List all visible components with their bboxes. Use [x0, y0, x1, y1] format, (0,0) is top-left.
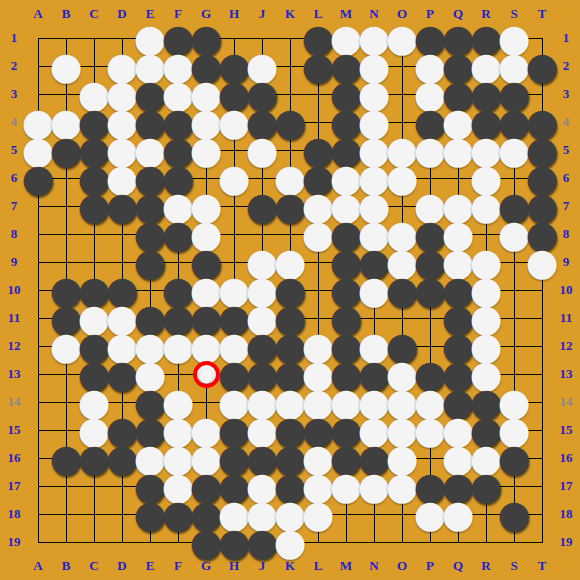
- white-stone: ●: [305, 501, 332, 528]
- black-stone: ●: [277, 193, 304, 220]
- intersection-R19[interactable]: [472, 528, 500, 556]
- column-label-bottom: N: [361, 557, 387, 575]
- row-label-right: 14: [553, 393, 579, 411]
- intersection-O19[interactable]: [388, 528, 416, 556]
- white-stone: ●: [445, 137, 472, 164]
- intersection-N17[interactable]: ●: [360, 472, 388, 500]
- intersection-O6[interactable]: ●: [388, 164, 416, 192]
- intersection-T9[interactable]: ●: [528, 248, 556, 276]
- black-stone: ●: [81, 193, 108, 220]
- row-label-right: 17: [553, 477, 579, 495]
- intersection-E9[interactable]: ●: [136, 248, 164, 276]
- intersection-N19[interactable]: [360, 528, 388, 556]
- white-stone: ●: [529, 249, 556, 276]
- intersection-T10[interactable]: [528, 276, 556, 304]
- column-label-bottom: M: [333, 557, 359, 575]
- intersection-N10[interactable]: ●: [360, 276, 388, 304]
- black-stone: ●: [25, 165, 52, 192]
- intersection-O1[interactable]: ●: [388, 24, 416, 52]
- intersection-S10[interactable]: [500, 276, 528, 304]
- black-stone: ●: [165, 221, 192, 248]
- white-stone: ●: [361, 277, 388, 304]
- column-label-bottom: S: [501, 557, 527, 575]
- intersection-L2[interactable]: ●: [304, 52, 332, 80]
- row-label-right: 12: [553, 337, 579, 355]
- intersection-C19[interactable]: [80, 528, 108, 556]
- column-label-bottom: C: [81, 557, 107, 575]
- intersection-A19[interactable]: [24, 528, 52, 556]
- intersection-E19[interactable]: [136, 528, 164, 556]
- column-label-bottom: Q: [445, 557, 471, 575]
- row-label-right: 10: [553, 281, 579, 299]
- intersection-A12[interactable]: [24, 332, 52, 360]
- row-label-right: 13: [553, 365, 579, 383]
- intersection-D7[interactable]: ●: [108, 192, 136, 220]
- intersection-L19[interactable]: [304, 528, 332, 556]
- black-stone: ●: [305, 53, 332, 80]
- black-stone: ●: [165, 501, 192, 528]
- white-stone: ●: [389, 25, 416, 52]
- intersection-B6[interactable]: [52, 164, 80, 192]
- intersection-A16[interactable]: [24, 444, 52, 472]
- white-stone: ●: [53, 333, 80, 360]
- intersection-T11[interactable]: [528, 304, 556, 332]
- black-stone: ●: [109, 193, 136, 220]
- intersection-D8[interactable]: [108, 220, 136, 248]
- row-label-right: 15: [553, 421, 579, 439]
- intersection-M17[interactable]: ●: [332, 472, 360, 500]
- black-stone: ●: [53, 137, 80, 164]
- intersection-T13[interactable]: [528, 360, 556, 388]
- intersection-K2[interactable]: [276, 52, 304, 80]
- intersection-B18[interactable]: [52, 500, 80, 528]
- white-stone: ●: [501, 137, 528, 164]
- intersection-C7[interactable]: ●: [80, 192, 108, 220]
- column-label-top: K: [277, 5, 303, 23]
- intersection-H6[interactable]: ●: [220, 164, 248, 192]
- intersection-A11[interactable]: [24, 304, 52, 332]
- white-stone: ●: [193, 333, 220, 360]
- intersection-P19[interactable]: [416, 528, 444, 556]
- intersection-B5[interactable]: ●: [52, 136, 80, 164]
- row-label-right: 19: [553, 533, 579, 551]
- white-stone: ●: [417, 137, 444, 164]
- white-stone: ●: [249, 137, 276, 164]
- column-label-bottom: F: [165, 557, 191, 575]
- intersection-P10[interactable]: ●: [416, 276, 444, 304]
- intersection-A14[interactable]: [24, 388, 52, 416]
- intersection-A1[interactable]: [24, 24, 52, 52]
- column-label-bottom: T: [529, 557, 555, 575]
- column-label-top: H: [221, 5, 247, 23]
- white-stone: ●: [53, 53, 80, 80]
- intersection-R18[interactable]: [472, 500, 500, 528]
- intersection-K7[interactable]: ●: [276, 192, 304, 220]
- intersection-F8[interactable]: ●: [164, 220, 192, 248]
- black-stone: ●: [249, 193, 276, 220]
- intersection-P15[interactable]: ●: [416, 416, 444, 444]
- column-label-bottom: P: [417, 557, 443, 575]
- white-stone: ●: [305, 221, 332, 248]
- intersection-C18[interactable]: [80, 500, 108, 528]
- intersection-L8[interactable]: ●: [304, 220, 332, 248]
- intersection-B8[interactable]: [52, 220, 80, 248]
- intersection-S12[interactable]: [500, 332, 528, 360]
- white-stone: ●: [501, 221, 528, 248]
- intersection-A2[interactable]: [24, 52, 52, 80]
- black-stone: ●: [473, 473, 500, 500]
- intersection-T19[interactable]: [528, 528, 556, 556]
- black-stone: ●: [137, 249, 164, 276]
- intersection-K4[interactable]: ●: [276, 108, 304, 136]
- black-stone: ●: [193, 529, 220, 556]
- intersection-B17[interactable]: [52, 472, 80, 500]
- intersection-K19[interactable]: ●: [276, 528, 304, 556]
- black-stone: ●: [81, 445, 108, 472]
- white-stone: ●: [417, 501, 444, 528]
- intersection-P18[interactable]: ●: [416, 500, 444, 528]
- white-stone-marked-last-move: ●: [193, 361, 220, 388]
- intersection-B19[interactable]: [52, 528, 80, 556]
- intersection-A15[interactable]: [24, 416, 52, 444]
- intersection-G19[interactable]: ●: [192, 528, 220, 556]
- intersection-Q5[interactable]: ●: [444, 136, 472, 164]
- black-stone: ●: [277, 109, 304, 136]
- intersection-A18[interactable]: [24, 500, 52, 528]
- black-stone: ●: [109, 445, 136, 472]
- black-stone: ●: [221, 529, 248, 556]
- column-label-top: D: [109, 5, 135, 23]
- column-label-top: T: [529, 5, 555, 23]
- white-stone: ●: [389, 165, 416, 192]
- intersection-O10[interactable]: ●: [388, 276, 416, 304]
- intersection-A13[interactable]: [24, 360, 52, 388]
- column-label-bottom: R: [473, 557, 499, 575]
- intersection-A8[interactable]: [24, 220, 52, 248]
- intersection-D17[interactable]: [108, 472, 136, 500]
- column-label-bottom: E: [137, 557, 163, 575]
- intersection-C17[interactable]: [80, 472, 108, 500]
- intersection-L18[interactable]: ●: [304, 500, 332, 528]
- intersection-R7[interactable]: ●: [472, 192, 500, 220]
- intersection-B7[interactable]: [52, 192, 80, 220]
- intersection-H19[interactable]: ●: [220, 528, 248, 556]
- column-label-top: A: [25, 5, 51, 23]
- intersection-D13[interactable]: ●: [108, 360, 136, 388]
- intersection-L9[interactable]: [304, 248, 332, 276]
- intersection-R17[interactable]: ●: [472, 472, 500, 500]
- intersection-F18[interactable]: ●: [164, 500, 192, 528]
- intersection-A6[interactable]: ●: [24, 164, 52, 192]
- go-board-widget: AABBCCDDEEFFGGHHJJKKLLMMNNOOPPQQRRSSTT11…: [0, 0, 580, 580]
- black-stone: ●: [389, 277, 416, 304]
- intersection-O17[interactable]: ●: [388, 472, 416, 500]
- intersection-C16[interactable]: ●: [80, 444, 108, 472]
- black-stone: ●: [137, 501, 164, 528]
- intersection-T16[interactable]: [528, 444, 556, 472]
- intersection-B14[interactable]: [52, 388, 80, 416]
- intersection-D16[interactable]: ●: [108, 444, 136, 472]
- white-stone: ●: [361, 473, 388, 500]
- intersection-S5[interactable]: ●: [500, 136, 528, 164]
- white-stone: ●: [333, 473, 360, 500]
- intersection-T14[interactable]: [528, 388, 556, 416]
- white-stone: ●: [389, 473, 416, 500]
- intersection-K1[interactable]: [276, 24, 304, 52]
- intersection-T15[interactable]: [528, 416, 556, 444]
- intersection-D19[interactable]: [108, 528, 136, 556]
- intersection-G13[interactable]: ●: [192, 360, 220, 388]
- intersection-T12[interactable]: [528, 332, 556, 360]
- intersection-B12[interactable]: ●: [52, 332, 80, 360]
- white-stone: ●: [193, 137, 220, 164]
- intersection-N18[interactable]: [360, 500, 388, 528]
- intersection-S8[interactable]: ●: [500, 220, 528, 248]
- intersection-F19[interactable]: [164, 528, 192, 556]
- column-label-bottom: B: [53, 557, 79, 575]
- column-label-bottom: A: [25, 557, 51, 575]
- intersection-H7[interactable]: [220, 192, 248, 220]
- intersection-C1[interactable]: [80, 24, 108, 52]
- intersection-S11[interactable]: [500, 304, 528, 332]
- black-stone: ●: [417, 277, 444, 304]
- column-label-top: C: [81, 5, 107, 23]
- white-stone: ●: [417, 417, 444, 444]
- intersection-A7[interactable]: [24, 192, 52, 220]
- white-stone: ●: [445, 501, 472, 528]
- column-label-bottom: O: [389, 557, 415, 575]
- white-stone: ●: [473, 193, 500, 220]
- white-stone: ●: [277, 529, 304, 556]
- white-stone: ●: [221, 109, 248, 136]
- intersection-J5[interactable]: ●: [248, 136, 276, 164]
- intersection-C8[interactable]: [80, 220, 108, 248]
- intersection-A17[interactable]: [24, 472, 52, 500]
- column-label-bottom: D: [109, 557, 135, 575]
- intersection-M18[interactable]: [332, 500, 360, 528]
- intersection-B2[interactable]: ●: [52, 52, 80, 80]
- intersection-H4[interactable]: ●: [220, 108, 248, 136]
- intersection-G12[interactable]: ●: [192, 332, 220, 360]
- intersection-J7[interactable]: ●: [248, 192, 276, 220]
- black-stone: ●: [501, 445, 528, 472]
- black-stone: ●: [109, 361, 136, 388]
- intersection-O3[interactable]: [388, 80, 416, 108]
- intersection-P11[interactable]: [416, 304, 444, 332]
- intersection-G5[interactable]: ●: [192, 136, 220, 164]
- intersection-D18[interactable]: [108, 500, 136, 528]
- intersection-Q19[interactable]: [444, 528, 472, 556]
- intersection-A9[interactable]: [24, 248, 52, 276]
- intersection-T2[interactable]: ●: [528, 52, 556, 80]
- intersection-S18[interactable]: ●: [500, 500, 528, 528]
- intersection-L10[interactable]: [304, 276, 332, 304]
- white-stone: ●: [165, 333, 192, 360]
- intersection-O18[interactable]: [388, 500, 416, 528]
- black-stone: ●: [529, 53, 556, 80]
- intersection-B16[interactable]: ●: [52, 444, 80, 472]
- intersection-L3[interactable]: [304, 80, 332, 108]
- intersection-M19[interactable]: [332, 528, 360, 556]
- intersection-P5[interactable]: ●: [416, 136, 444, 164]
- column-label-bottom: L: [305, 557, 331, 575]
- intersection-Q18[interactable]: ●: [444, 500, 472, 528]
- intersection-J19[interactable]: ●: [248, 528, 276, 556]
- row-label-right: 11: [553, 309, 579, 327]
- black-stone: ●: [249, 529, 276, 556]
- intersection-E18[interactable]: ●: [136, 500, 164, 528]
- row-label-right: 18: [553, 505, 579, 523]
- row-label-right: 16: [553, 449, 579, 467]
- intersection-O2[interactable]: [388, 52, 416, 80]
- intersection-B13[interactable]: [52, 360, 80, 388]
- column-label-top: B: [53, 5, 79, 23]
- black-stone: ●: [501, 501, 528, 528]
- column-label-top: J: [249, 5, 275, 23]
- intersection-S9[interactable]: [500, 248, 528, 276]
- intersection-A10[interactable]: [24, 276, 52, 304]
- intersection-T17[interactable]: [528, 472, 556, 500]
- intersection-T18[interactable]: [528, 500, 556, 528]
- intersection-F12[interactable]: ●: [164, 332, 192, 360]
- intersection-H8[interactable]: [220, 220, 248, 248]
- white-stone: ●: [221, 165, 248, 192]
- intersection-S16[interactable]: ●: [500, 444, 528, 472]
- intersection-S19[interactable]: [500, 528, 528, 556]
- black-stone: ●: [53, 445, 80, 472]
